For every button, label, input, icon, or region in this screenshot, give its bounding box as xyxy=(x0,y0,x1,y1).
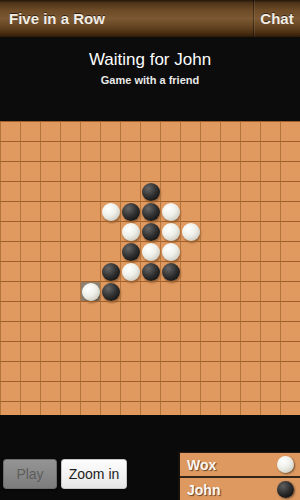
board-cell[interactable] xyxy=(80,161,100,181)
board-cell[interactable] xyxy=(260,401,280,415)
board-cell[interactable] xyxy=(120,361,140,381)
status-subtitle: Game with a friend xyxy=(0,74,300,86)
board-cell[interactable] xyxy=(140,341,160,361)
board-cell[interactable] xyxy=(120,141,140,161)
board-cell[interactable] xyxy=(20,121,40,141)
players-panel: Wox John xyxy=(178,452,300,500)
board-cell[interactable] xyxy=(220,241,240,261)
board-cell[interactable] xyxy=(20,201,40,221)
board-cell[interactable] xyxy=(140,141,160,161)
board-cell[interactable] xyxy=(160,141,180,161)
board-cell[interactable] xyxy=(100,281,120,301)
player-row-black: John xyxy=(180,476,300,500)
board-cell[interactable] xyxy=(20,141,40,161)
white-stone xyxy=(162,203,180,221)
app-title: Five in a Row xyxy=(0,10,253,27)
board-cell[interactable] xyxy=(200,261,220,281)
board-cell[interactable] xyxy=(240,281,260,301)
board-cell[interactable] xyxy=(180,241,200,261)
board-cell[interactable] xyxy=(120,241,140,261)
board-cell[interactable] xyxy=(260,121,280,141)
board-cell[interactable] xyxy=(20,301,40,321)
board-cell[interactable] xyxy=(100,361,120,381)
board-cell[interactable] xyxy=(200,201,220,221)
board-cell[interactable] xyxy=(80,201,100,221)
board-cell[interactable] xyxy=(60,181,80,201)
board-cell[interactable] xyxy=(40,121,60,141)
board-cell[interactable] xyxy=(240,321,260,341)
white-stone xyxy=(142,243,160,261)
board-cell[interactable] xyxy=(100,381,120,401)
board-cell[interactable] xyxy=(0,381,20,401)
board-cell[interactable] xyxy=(260,201,280,221)
board-cell[interactable] xyxy=(120,161,140,181)
board-cell[interactable] xyxy=(280,301,300,321)
board-cell[interactable] xyxy=(260,341,280,361)
board-cell[interactable] xyxy=(280,341,300,361)
black-stone xyxy=(142,203,160,221)
board-cell[interactable] xyxy=(140,201,160,221)
board-cell[interactable] xyxy=(280,121,300,141)
board-cell[interactable] xyxy=(240,181,260,201)
board-cell[interactable] xyxy=(100,141,120,161)
board-cell[interactable] xyxy=(120,121,140,141)
white-stone xyxy=(102,203,120,221)
board-cell[interactable] xyxy=(40,201,60,221)
board-cell[interactable] xyxy=(100,221,120,241)
board-cell[interactable] xyxy=(200,361,220,381)
bottom-bar: Play Zoom in Wox John xyxy=(0,415,300,500)
white-stone xyxy=(82,283,100,301)
board-cell[interactable] xyxy=(40,301,60,321)
board-cell[interactable] xyxy=(220,361,240,381)
board-cell[interactable] xyxy=(80,341,100,361)
board-cell[interactable] xyxy=(80,401,100,415)
board-cell[interactable] xyxy=(200,241,220,261)
board-cell[interactable] xyxy=(60,201,80,221)
board-cell[interactable] xyxy=(100,341,120,361)
board-cell[interactable] xyxy=(140,361,160,381)
board-cell[interactable] xyxy=(180,161,200,181)
player-name: John xyxy=(180,482,277,498)
board-cell[interactable] xyxy=(160,221,180,241)
black-stone xyxy=(142,223,160,241)
board-cell[interactable] xyxy=(80,361,100,381)
board-cell[interactable] xyxy=(80,261,100,281)
player-row-white: Wox xyxy=(180,453,300,476)
board-cell[interactable] xyxy=(60,361,80,381)
board-cell[interactable] xyxy=(120,341,140,361)
board-cell[interactable] xyxy=(120,181,140,201)
board-cell[interactable] xyxy=(200,381,220,401)
board-cell[interactable] xyxy=(80,281,100,301)
board-cell[interactable] xyxy=(260,221,280,241)
board-cell[interactable] xyxy=(180,201,200,221)
board-cell[interactable] xyxy=(280,281,300,301)
board-cell[interactable] xyxy=(140,181,160,201)
board-cell[interactable] xyxy=(60,261,80,281)
board-cell[interactable] xyxy=(260,361,280,381)
board-cell[interactable] xyxy=(200,321,220,341)
board-cell[interactable] xyxy=(240,141,260,161)
board-cell[interactable] xyxy=(40,161,60,181)
chat-button[interactable]: Chat xyxy=(253,0,300,37)
board-cell[interactable] xyxy=(160,121,180,141)
board-cell[interactable] xyxy=(160,241,180,261)
board-grid xyxy=(0,121,300,415)
board-cell[interactable] xyxy=(80,121,100,141)
board-cell[interactable] xyxy=(160,261,180,281)
board-cell[interactable] xyxy=(120,281,140,301)
board-cell[interactable] xyxy=(220,221,240,241)
board-cell[interactable] xyxy=(200,141,220,161)
white-stone xyxy=(122,263,140,281)
board-cell[interactable] xyxy=(220,181,240,201)
board-cell[interactable] xyxy=(40,401,60,415)
board-cell[interactable] xyxy=(160,401,180,415)
board-cell[interactable] xyxy=(60,161,80,181)
board-cell[interactable] xyxy=(0,281,20,301)
board-cell[interactable] xyxy=(20,281,40,301)
board-cell[interactable] xyxy=(100,401,120,415)
board-cell[interactable] xyxy=(220,261,240,281)
board-cell[interactable] xyxy=(0,141,20,161)
board-cell[interactable] xyxy=(140,381,160,401)
board-cell[interactable] xyxy=(200,341,220,361)
board-cell[interactable] xyxy=(280,181,300,201)
board-cell[interactable] xyxy=(60,401,80,415)
board-cell[interactable] xyxy=(180,341,200,361)
board-cell[interactable] xyxy=(220,121,240,141)
board-cell[interactable] xyxy=(240,221,260,241)
board-cell[interactable] xyxy=(220,201,240,221)
board-cell[interactable] xyxy=(220,281,240,301)
board-cell[interactable] xyxy=(60,221,80,241)
board-cell[interactable] xyxy=(140,281,160,301)
board-cell[interactable] xyxy=(280,401,300,415)
black-stone xyxy=(142,183,160,201)
board-cell[interactable] xyxy=(60,281,80,301)
board-cell[interactable] xyxy=(260,241,280,261)
board-cell[interactable] xyxy=(80,141,100,161)
zoom-in-button[interactable]: Zoom in xyxy=(61,459,127,489)
board-cell[interactable] xyxy=(280,361,300,381)
board-cell[interactable] xyxy=(100,261,120,281)
board-cell[interactable] xyxy=(140,321,160,341)
board-cell[interactable] xyxy=(220,321,240,341)
board-cell[interactable] xyxy=(160,161,180,181)
board-cell[interactable] xyxy=(60,301,80,321)
board-cell[interactable] xyxy=(200,161,220,181)
board-cell[interactable] xyxy=(240,261,260,281)
board-cell[interactable] xyxy=(140,221,160,241)
white-stone xyxy=(162,223,180,241)
board-cell[interactable] xyxy=(20,161,40,181)
board-cell[interactable] xyxy=(40,381,60,401)
white-stone xyxy=(122,223,140,241)
board-cell[interactable] xyxy=(20,381,40,401)
board-cell[interactable] xyxy=(0,401,20,415)
board-cell[interactable] xyxy=(280,141,300,161)
board-cell[interactable] xyxy=(160,201,180,221)
board-cell[interactable] xyxy=(240,341,260,361)
board-cell[interactable] xyxy=(100,201,120,221)
board-cell[interactable] xyxy=(0,121,20,141)
board-cell[interactable] xyxy=(140,301,160,321)
board-cell[interactable] xyxy=(120,321,140,341)
board-cell[interactable] xyxy=(260,281,280,301)
board-cell[interactable] xyxy=(180,381,200,401)
board-cell[interactable] xyxy=(40,221,60,241)
board-cell[interactable] xyxy=(20,221,40,241)
board-cell[interactable] xyxy=(220,161,240,181)
board-cell[interactable] xyxy=(140,161,160,181)
board-cell[interactable] xyxy=(160,281,180,301)
play-button[interactable]: Play xyxy=(3,459,57,489)
board-cell[interactable] xyxy=(60,121,80,141)
board-cell[interactable] xyxy=(80,241,100,261)
board-cell[interactable] xyxy=(280,161,300,181)
board-cell[interactable] xyxy=(160,301,180,321)
board-cell[interactable] xyxy=(40,281,60,301)
board-cell[interactable] xyxy=(20,401,40,415)
board-cell[interactable] xyxy=(20,361,40,381)
board-cell[interactable] xyxy=(260,261,280,281)
board-cell[interactable] xyxy=(180,141,200,161)
black-stone xyxy=(102,283,120,301)
board-cell[interactable] xyxy=(220,401,240,415)
board-cell[interactable] xyxy=(160,341,180,361)
board-cell[interactable] xyxy=(80,321,100,341)
board-cell[interactable] xyxy=(160,381,180,401)
board-cell[interactable] xyxy=(60,321,80,341)
board-cell[interactable] xyxy=(40,341,60,361)
board-cell[interactable] xyxy=(180,401,200,415)
board-cell[interactable] xyxy=(260,141,280,161)
board-cell[interactable] xyxy=(140,261,160,281)
board-cell[interactable] xyxy=(200,281,220,301)
board-cell[interactable] xyxy=(20,241,40,261)
board-cell[interactable] xyxy=(160,181,180,201)
board-cell[interactable] xyxy=(60,381,80,401)
board-cell[interactable] xyxy=(240,381,260,401)
board-cell[interactable] xyxy=(140,401,160,415)
board-cell[interactable] xyxy=(180,261,200,281)
board-cell[interactable] xyxy=(240,301,260,321)
title-bar: Five in a Row Chat xyxy=(0,0,300,37)
board-cell[interactable] xyxy=(220,341,240,361)
board-cell[interactable] xyxy=(280,221,300,241)
board-cell[interactable] xyxy=(260,181,280,201)
board-cell[interactable] xyxy=(160,321,180,341)
board-cell[interactable] xyxy=(260,161,280,181)
board-cell[interactable] xyxy=(0,181,20,201)
board-cell[interactable] xyxy=(180,221,200,241)
board-cell[interactable] xyxy=(40,181,60,201)
game-board[interactable] xyxy=(0,121,300,415)
board-cell[interactable] xyxy=(0,201,20,221)
board-cell[interactable] xyxy=(240,401,260,415)
board-cell[interactable] xyxy=(200,221,220,241)
board-cell[interactable] xyxy=(40,241,60,261)
black-stone xyxy=(142,263,160,281)
board-cell[interactable] xyxy=(120,261,140,281)
board-cell[interactable] xyxy=(80,221,100,241)
board-cell[interactable] xyxy=(0,341,20,361)
black-stone xyxy=(122,203,140,221)
board-cell[interactable] xyxy=(40,141,60,161)
board-cell[interactable] xyxy=(120,381,140,401)
board-cell[interactable] xyxy=(40,321,60,341)
board-cell[interactable] xyxy=(20,261,40,281)
board-cell[interactable] xyxy=(0,301,20,321)
board-cell[interactable] xyxy=(280,381,300,401)
board-cell[interactable] xyxy=(20,321,40,341)
board-cell[interactable] xyxy=(40,361,60,381)
board-cell[interactable] xyxy=(40,261,60,281)
board-cell[interactable] xyxy=(20,341,40,361)
status-area: Waiting for John Game with a friend xyxy=(0,37,300,121)
board-cell[interactable] xyxy=(220,381,240,401)
black-stone xyxy=(122,243,140,261)
board-cell[interactable] xyxy=(120,301,140,321)
board-cell[interactable] xyxy=(0,221,20,241)
board-cell[interactable] xyxy=(160,361,180,381)
board-cell[interactable] xyxy=(180,301,200,321)
board-cell[interactable] xyxy=(220,301,240,321)
board-cell[interactable] xyxy=(280,241,300,261)
board-cell[interactable] xyxy=(100,321,120,341)
board-cell[interactable] xyxy=(220,141,240,161)
white-stone xyxy=(182,223,200,241)
board-cell[interactable] xyxy=(60,141,80,161)
board-cell[interactable] xyxy=(200,121,220,141)
board-cell[interactable] xyxy=(180,281,200,301)
board-cell[interactable] xyxy=(280,201,300,221)
board-cell[interactable] xyxy=(60,341,80,361)
board-cell[interactable] xyxy=(0,261,20,281)
board-cell[interactable] xyxy=(260,301,280,321)
board-cell[interactable] xyxy=(0,361,20,381)
board-cell[interactable] xyxy=(240,241,260,261)
board-cell[interactable] xyxy=(100,121,120,141)
board-cell[interactable] xyxy=(80,381,100,401)
board-cell[interactable] xyxy=(0,241,20,261)
board-cell[interactable] xyxy=(240,121,260,141)
board-cell[interactable] xyxy=(200,401,220,415)
app-window: Five in a Row Chat Waiting for John Game… xyxy=(0,0,300,500)
board-cell[interactable] xyxy=(120,401,140,415)
board-cell[interactable] xyxy=(80,301,100,321)
board-cell[interactable] xyxy=(140,241,160,261)
white-stone xyxy=(162,243,180,261)
board-cell[interactable] xyxy=(60,241,80,261)
board-cell[interactable] xyxy=(100,301,120,321)
board-cell[interactable] xyxy=(240,361,260,381)
board-cell[interactable] xyxy=(100,161,120,181)
board-cell[interactable] xyxy=(260,381,280,401)
board-cell[interactable] xyxy=(20,181,40,201)
board-cell[interactable] xyxy=(280,261,300,281)
board-cell[interactable] xyxy=(0,321,20,341)
board-cell[interactable] xyxy=(240,161,260,181)
board-cell[interactable] xyxy=(240,201,260,221)
player-name: Wox xyxy=(180,457,277,473)
board-cell[interactable] xyxy=(0,161,20,181)
board-cell[interactable] xyxy=(280,321,300,341)
board-cell[interactable] xyxy=(180,121,200,141)
board-cell[interactable] xyxy=(180,321,200,341)
board-cell[interactable] xyxy=(180,181,200,201)
board-cell[interactable] xyxy=(100,241,120,261)
board-cell[interactable] xyxy=(80,181,100,201)
board-cell[interactable] xyxy=(120,201,140,221)
white-stone-icon xyxy=(277,456,294,473)
black-stone-icon xyxy=(277,481,294,498)
black-stone xyxy=(162,263,180,281)
board-cell[interactable] xyxy=(260,321,280,341)
board-cell[interactable] xyxy=(200,181,220,201)
board-cell[interactable] xyxy=(200,301,220,321)
board-cell[interactable] xyxy=(120,221,140,241)
black-stone xyxy=(102,263,120,281)
board-cell[interactable] xyxy=(100,181,120,201)
status-title: Waiting for John xyxy=(0,50,300,70)
board-cell[interactable] xyxy=(140,121,160,141)
board-cell[interactable] xyxy=(180,361,200,381)
